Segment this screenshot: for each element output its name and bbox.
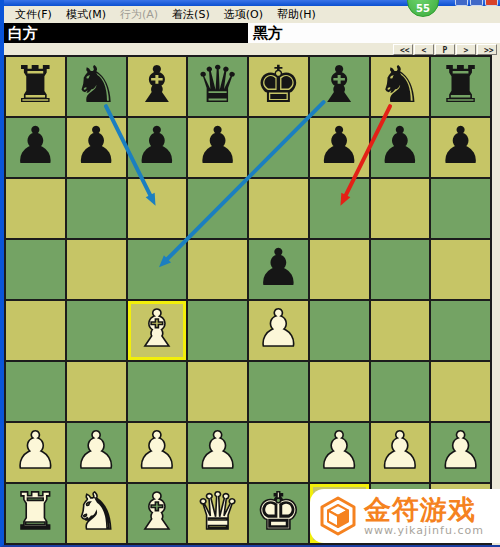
black-queen-d8: ♛ — [195, 59, 241, 110]
square-g8[interactable]: ♞ — [371, 57, 430, 116]
square-e2[interactable] — [249, 423, 308, 482]
square-d1[interactable]: ♛ — [188, 484, 247, 543]
square-c1[interactable]: ♝ — [128, 484, 187, 543]
square-h8[interactable]: ♜ — [431, 57, 490, 116]
square-a2[interactable]: ♟ — [6, 423, 65, 482]
black-player-label: 黑方 — [253, 23, 283, 43]
white-player-panel: 白方 — [4, 23, 248, 43]
white-bishop-c4: ♝ — [134, 303, 180, 354]
square-b4[interactable] — [67, 301, 126, 360]
square-f5[interactable] — [310, 240, 369, 299]
square-h7[interactable]: ♟ — [431, 118, 490, 177]
black-rook-a8: ♜ — [13, 59, 59, 110]
black-bishop-c8: ♝ — [134, 59, 180, 110]
move-navigation: <<<P>>> — [4, 43, 500, 55]
square-b3[interactable] — [67, 362, 126, 421]
white-knight-b1: ♞ — [73, 486, 119, 537]
watermark-url: www.yikajinfu.com — [364, 525, 484, 536]
black-king-e8: ♚ — [256, 59, 302, 110]
square-a8[interactable]: ♜ — [6, 57, 65, 116]
square-h3[interactable] — [431, 362, 490, 421]
square-e5[interactable]: ♟ — [249, 240, 308, 299]
square-f8[interactable]: ♝ — [310, 57, 369, 116]
white-pawn-f2: ♟ — [316, 425, 362, 476]
square-b2[interactable]: ♟ — [67, 423, 126, 482]
black-knight-b8: ♞ — [73, 59, 119, 110]
square-b7[interactable]: ♟ — [67, 118, 126, 177]
nav-button-prev[interactable]: < — [414, 44, 434, 55]
square-c2[interactable]: ♟ — [128, 423, 187, 482]
square-d3[interactable] — [188, 362, 247, 421]
square-h6[interactable] — [431, 179, 490, 238]
nav-button-P[interactable]: P — [435, 44, 455, 55]
black-pawn-e5: ♟ — [256, 242, 302, 293]
square-c8[interactable]: ♝ — [128, 57, 187, 116]
black-pawn-c7: ♟ — [134, 120, 180, 171]
white-pawn-e4: ♟ — [256, 303, 302, 354]
nav-button-prevprev[interactable]: << — [393, 44, 413, 55]
square-f3[interactable] — [310, 362, 369, 421]
square-f6[interactable] — [310, 179, 369, 238]
black-pawn-g7: ♟ — [377, 120, 423, 171]
square-g5[interactable] — [371, 240, 430, 299]
square-c4[interactable]: ♝ — [128, 301, 187, 360]
cube-logo-icon — [318, 496, 358, 536]
square-h4[interactable] — [431, 301, 490, 360]
white-pawn-h2: ♟ — [438, 425, 484, 476]
black-rook-h8: ♜ — [438, 59, 484, 110]
chess-app-window: 55 文件(F)模式(M)行为(A)着法(S)选项(O)帮助(H) 白方 黑方 … — [0, 0, 500, 547]
square-d5[interactable] — [188, 240, 247, 299]
white-queen-d1: ♛ — [195, 486, 241, 537]
square-e8[interactable]: ♚ — [249, 57, 308, 116]
square-e7[interactable] — [249, 118, 308, 177]
chess-board: ♜♞♝♛♚♝♞♜♟♟♟♟♟♟♟♟♝♟♟♟♟♟♟♟♟♜♞♝♛♚♞♜ — [4, 55, 492, 545]
black-pawn-b7: ♟ — [73, 120, 119, 171]
square-b1[interactable]: ♞ — [67, 484, 126, 543]
white-pawn-a2: ♟ — [13, 425, 59, 476]
square-e1[interactable]: ♚ — [249, 484, 308, 543]
square-a3[interactable] — [6, 362, 65, 421]
square-c5[interactable] — [128, 240, 187, 299]
player-header: 白方 黑方 — [4, 23, 500, 43]
nav-button-nextnext[interactable]: >> — [477, 44, 497, 55]
watermark: 金符游戏 www.yikajinfu.com — [310, 489, 500, 543]
menu-item[interactable]: 模式(M) — [59, 6, 113, 23]
black-bishop-f8: ♝ — [316, 59, 362, 110]
square-a5[interactable] — [6, 240, 65, 299]
white-king-e1: ♚ — [256, 486, 302, 537]
square-g3[interactable] — [371, 362, 430, 421]
black-pawn-f7: ♟ — [316, 120, 362, 171]
black-pawn-h7: ♟ — [438, 120, 484, 171]
white-bishop-c1: ♝ — [134, 486, 180, 537]
nav-button-next[interactable]: > — [456, 44, 476, 55]
square-a7[interactable]: ♟ — [6, 118, 65, 177]
square-d6[interactable] — [188, 179, 247, 238]
square-e4[interactable]: ♟ — [249, 301, 308, 360]
square-d7[interactable]: ♟ — [188, 118, 247, 177]
menu-item[interactable]: 着法(S) — [165, 6, 217, 23]
square-c3[interactable] — [128, 362, 187, 421]
square-f7[interactable]: ♟ — [310, 118, 369, 177]
menu-item[interactable]: 帮助(H) — [270, 6, 323, 23]
square-b8[interactable]: ♞ — [67, 57, 126, 116]
square-d8[interactable]: ♛ — [188, 57, 247, 116]
white-pawn-g2: ♟ — [377, 425, 423, 476]
square-g6[interactable] — [371, 179, 430, 238]
square-c7[interactable]: ♟ — [128, 118, 187, 177]
square-e3[interactable] — [249, 362, 308, 421]
square-g2[interactable]: ♟ — [371, 423, 430, 482]
white-rook-a1: ♜ — [13, 486, 59, 537]
menu-item: 行为(A) — [113, 6, 165, 23]
square-e6[interactable] — [249, 179, 308, 238]
square-b6[interactable] — [67, 179, 126, 238]
square-c6[interactable] — [128, 179, 187, 238]
white-player-label: 白方 — [4, 23, 248, 43]
square-a6[interactable] — [6, 179, 65, 238]
square-d2[interactable]: ♟ — [188, 423, 247, 482]
black-pawn-a7: ♟ — [13, 120, 59, 171]
black-knight-g8: ♞ — [377, 59, 423, 110]
square-g4[interactable] — [371, 301, 430, 360]
square-a1[interactable]: ♜ — [6, 484, 65, 543]
watermark-brand: 金符游戏 — [364, 496, 484, 523]
square-d4[interactable] — [188, 301, 247, 360]
menu-item[interactable]: 选项(O) — [217, 6, 270, 23]
white-pawn-d2: ♟ — [195, 425, 241, 476]
white-pawn-c2: ♟ — [134, 425, 180, 476]
square-a4[interactable] — [6, 301, 65, 360]
square-h2[interactable]: ♟ — [431, 423, 490, 482]
square-b5[interactable] — [67, 240, 126, 299]
square-f4[interactable] — [310, 301, 369, 360]
menu-item[interactable]: 文件(F) — [8, 6, 59, 23]
black-pawn-d7: ♟ — [195, 120, 241, 171]
square-h5[interactable] — [431, 240, 490, 299]
white-pawn-b2: ♟ — [73, 425, 119, 476]
square-g7[interactable]: ♟ — [371, 118, 430, 177]
square-f2[interactable]: ♟ — [310, 423, 369, 482]
